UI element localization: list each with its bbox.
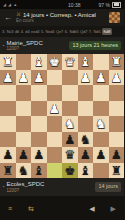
piece-black-p-f7: ♟ [31, 147, 47, 163]
piece-white-b-f1: ♝ [31, 54, 47, 70]
player-rating-bottom: 1200? [6, 188, 93, 193]
square-f7[interactable]: ♟ [31, 147, 47, 163]
piece-white-k-e1: ♚ [47, 54, 63, 70]
player-name-bottom[interactable]: Ecoles_SPDC [6, 181, 93, 187]
piece-white-b-c1: ♝ [78, 54, 94, 70]
move-back-icon[interactable]: ◀ [89, 205, 94, 212]
piece-white-p-f2: ♟ [31, 70, 47, 86]
piece-white-p-b2: ♟ [93, 70, 109, 86]
square-f3[interactable] [31, 85, 47, 101]
piece-white-q-d1: ♛ [62, 54, 78, 70]
square-h1[interactable]: ♜ [0, 54, 16, 70]
app-bar: ← ⚔ 14 jours • Corresp. • Amical En cour… [0, 9, 124, 26]
square-c3[interactable] [78, 85, 94, 101]
square-b8[interactable] [93, 163, 109, 179]
player-status-icon: ▪ [3, 44, 4, 48]
clock-top: 13 jours 21 heures [69, 41, 121, 51]
move-token[interactable]: exd4 [31, 29, 39, 34]
square-c5[interactable] [78, 116, 94, 132]
square-g3[interactable] [16, 85, 32, 101]
move-token[interactable]: Nc3 [7, 29, 14, 34]
piece-black-p-b7: ♟ [93, 147, 109, 163]
square-b7[interactable]: ♟ [93, 147, 109, 163]
piece-white-p-e4: ♟ [47, 101, 63, 117]
square-b4[interactable] [93, 101, 109, 117]
square-e2[interactable] [47, 70, 63, 86]
square-a6[interactable] [109, 132, 125, 148]
square-b2[interactable]: ♟ [93, 70, 109, 86]
square-f2[interactable]: ♟ [31, 70, 47, 86]
battery-icon [112, 2, 121, 8]
signal-icon-2: ◢ [8, 2, 11, 7]
square-e8[interactable] [47, 163, 63, 179]
square-f5[interactable] [31, 116, 47, 132]
square-a4[interactable] [109, 101, 125, 117]
game-status-subtitle: En cours [16, 18, 105, 23]
flip-board-icon[interactable]: ⇆ [28, 205, 34, 212]
square-h6[interactable] [0, 132, 16, 148]
piece-white-p-c2: ♟ [78, 70, 94, 86]
square-g4[interactable] [16, 101, 32, 117]
back-button[interactable]: ← [4, 14, 12, 22]
square-g2[interactable]: ♟ [16, 70, 32, 86]
piece-black-r-a8: ♜ [109, 163, 125, 179]
move-forward-icon[interactable]: ▶ [111, 205, 116, 212]
piece-black-n-c6: ♞ [78, 132, 94, 148]
square-a3[interactable] [109, 85, 125, 101]
piece-black-q-d7: ♛ [62, 147, 78, 163]
square-c7[interactable]: ♟ [78, 147, 94, 163]
square-d2[interactable] [62, 70, 78, 86]
move-token[interactable]: d4 [25, 29, 29, 34]
move-token[interactable]: 3. [2, 29, 5, 34]
piece-black-b-c8: ♝ [78, 163, 94, 179]
clock-bottom: 14 jours [95, 182, 121, 192]
square-h7[interactable]: ♟ [0, 147, 16, 163]
player-rating-top: 1200? [6, 46, 67, 51]
square-f6[interactable] [31, 132, 47, 148]
move-token[interactable]: Qd7 [80, 29, 87, 34]
player-name-top[interactable]: Mairie_SPDC [6, 40, 67, 46]
square-h5[interactable] [0, 116, 16, 132]
piece-black-p-h7: ♟ [0, 147, 16, 163]
chess-board[interactable]: ♜♝♚♛♝♜♟♟♟♟♟♟♟♞♞♟♞♟♟♟♛♟♟♟♜♞♝♚♝♜ [0, 54, 124, 178]
piece-black-p-g7: ♟ [16, 147, 32, 163]
square-b6[interactable] [93, 132, 109, 148]
wifi-icon: ▲ [13, 2, 17, 7]
square-d7[interactable]: ♛ [62, 147, 78, 163]
square-a1[interactable]: ♜ [109, 54, 125, 70]
move-token[interactable]: Nxd4 [46, 29, 55, 34]
move-list[interactable]: 3.Nc3d64.d4exd45.Nxd4Qe76.Ndb5Qd77.Nd5Kd… [0, 26, 124, 37]
square-h3[interactable] [0, 85, 16, 101]
square-d8[interactable]: ♚ [62, 163, 78, 179]
move-token[interactable]: 4. [21, 29, 24, 34]
player-bar-bottom: ▪ Ecoles_SPDC 1200? 14 jours [0, 178, 124, 196]
piece-white-p-a2: ♟ [109, 70, 125, 86]
square-b1[interactable] [93, 54, 109, 70]
piece-white-n-b5: ♞ [93, 116, 109, 132]
bottom-nav: ≡ ⇆ ◀ ▶ [0, 196, 124, 220]
square-b5[interactable]: ♞ [93, 116, 109, 132]
piece-white-p-h2: ♟ [0, 70, 16, 86]
menu-icon[interactable]: ≡ [8, 205, 12, 212]
piece-white-r-h1: ♜ [0, 54, 16, 70]
move-token[interactable]: Ndb5 [69, 29, 78, 34]
square-g8[interactable]: ♞ [16, 163, 32, 179]
board-preview-icon[interactable] [109, 12, 120, 23]
piece-black-r-h8: ♜ [0, 163, 16, 179]
signal-icon: ◢ [3, 2, 6, 7]
move-token[interactable]: Qe7 [56, 29, 63, 34]
square-e6[interactable] [47, 132, 63, 148]
square-e4[interactable]: ♟ [47, 101, 63, 117]
piece-white-r-a1: ♜ [109, 54, 125, 70]
square-e5[interactable] [47, 116, 63, 132]
piece-white-n-d5: ♞ [62, 116, 78, 132]
square-g7[interactable]: ♟ [16, 147, 32, 163]
square-d5[interactable]: ♞ [62, 116, 78, 132]
square-b3[interactable] [93, 85, 109, 101]
square-h8[interactable]: ♜ [0, 163, 16, 179]
square-a8[interactable]: ♜ [109, 163, 125, 179]
piece-black-b-f8: ♝ [31, 163, 47, 179]
square-d6[interactable]: ♟ [62, 132, 78, 148]
current-move[interactable]: Kd8 [102, 28, 112, 35]
piece-black-p-a7: ♟ [109, 147, 125, 163]
square-c1[interactable]: ♝ [78, 54, 94, 70]
battery-percent: 97 % [99, 2, 110, 8]
square-g5[interactable] [16, 116, 32, 132]
piece-black-p-d6: ♟ [62, 132, 78, 148]
square-c8[interactable]: ♝ [78, 163, 94, 179]
square-a7[interactable]: ♟ [109, 147, 125, 163]
square-f8[interactable]: ♝ [31, 163, 47, 179]
move-token[interactable]: 7. [89, 29, 92, 34]
move-token[interactable]: 6. [65, 29, 68, 34]
piece-white-p-g2: ♟ [16, 70, 32, 86]
square-c2[interactable]: ♟ [78, 70, 94, 86]
status-bar: ◢ ◢ ▲ 10:38 97 % [0, 0, 124, 9]
square-e7[interactable] [47, 147, 63, 163]
move-token[interactable]: d6 [15, 29, 19, 34]
square-h4[interactable] [0, 101, 16, 117]
square-d1[interactable]: ♛ [62, 54, 78, 70]
piece-black-k-d8: ♚ [62, 163, 78, 179]
square-c4[interactable] [78, 101, 94, 117]
correspondence-icon: ⚔ [16, 12, 21, 18]
square-h2[interactable]: ♟ [0, 70, 16, 86]
square-g1[interactable] [16, 54, 32, 70]
player-status-icon: ▪ [3, 185, 4, 189]
piece-black-p-c7: ♟ [78, 147, 94, 163]
move-token[interactable]: Nd5 [93, 29, 100, 34]
square-a2[interactable]: ♟ [109, 70, 125, 86]
move-token[interactable]: 5. [41, 29, 44, 34]
square-g6[interactable] [16, 132, 32, 148]
square-e3[interactable] [47, 85, 63, 101]
square-f4[interactable] [31, 101, 47, 117]
square-d3[interactable] [62, 85, 78, 101]
square-c6[interactable]: ♞ [78, 132, 94, 148]
player-bar-top: ▪ Mairie_SPDC 1200? 13 jours 21 heures [0, 37, 124, 54]
page-title: 14 jours • Corresp. • Amical [23, 12, 96, 18]
square-d4[interactable] [62, 101, 78, 117]
piece-black-n-g8: ♞ [16, 163, 32, 179]
square-e1[interactable]: ♚ [47, 54, 63, 70]
square-a5[interactable] [109, 116, 125, 132]
square-f1[interactable]: ♝ [31, 54, 47, 70]
status-time: 10:38 [68, 2, 81, 8]
